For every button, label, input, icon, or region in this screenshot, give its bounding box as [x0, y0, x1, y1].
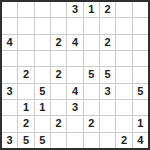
cell-r1c1[interactable]: [2, 2, 17, 17]
cell-r8c3[interactable]: [35, 116, 50, 131]
cell-r2c6[interactable]: [84, 18, 99, 33]
cell-r1c6: 1: [84, 2, 99, 17]
cell-r7c4[interactable]: [51, 100, 66, 115]
cell-r9c9: 4: [133, 133, 148, 148]
cell-r4c2[interactable]: [18, 51, 33, 66]
cell-r5c7: 5: [100, 67, 115, 82]
cell-r2c9[interactable]: [133, 18, 148, 33]
cell-r9c1: 3: [2, 133, 17, 148]
cell-r1c5: 3: [67, 2, 82, 17]
cell-r9c7[interactable]: [100, 133, 115, 148]
cell-r1c9[interactable]: [133, 2, 148, 17]
cell-r3c6[interactable]: [84, 35, 99, 50]
cell-r4c9[interactable]: [133, 51, 148, 66]
cell-r7c7[interactable]: [100, 100, 115, 115]
cell-r5c2: 2: [18, 67, 33, 82]
cell-r6c9: 5: [133, 84, 148, 99]
cell-r6c4[interactable]: [51, 84, 66, 99]
cell-r5c1[interactable]: [2, 67, 17, 82]
cell-r8c7[interactable]: [100, 116, 115, 131]
cell-r8c4: 2: [51, 116, 66, 131]
cell-r4c8[interactable]: [116, 51, 131, 66]
cell-r6c7: 3: [100, 84, 115, 99]
cell-r1c3[interactable]: [35, 2, 50, 17]
cell-r5c6: 5: [84, 67, 99, 82]
cell-r5c8[interactable]: [116, 67, 131, 82]
cell-r2c1[interactable]: [2, 18, 17, 33]
cell-r2c8[interactable]: [116, 18, 131, 33]
cell-r5c4: 2: [51, 67, 66, 82]
cell-r2c3[interactable]: [35, 18, 50, 33]
cell-r2c5[interactable]: [67, 18, 82, 33]
cell-r5c5[interactable]: [67, 67, 82, 82]
cell-r9c5[interactable]: [67, 133, 82, 148]
cell-r6c5: 4: [67, 84, 82, 99]
cell-r3c7: 2: [100, 35, 115, 50]
cell-r8c8[interactable]: [116, 116, 131, 131]
cell-r3c4: 2: [51, 35, 66, 50]
cell-r1c7: 2: [100, 2, 115, 17]
cell-r4c5[interactable]: [67, 51, 82, 66]
cell-r6c2[interactable]: [18, 84, 33, 99]
cell-r9c4[interactable]: [51, 133, 66, 148]
cell-r5c9[interactable]: [133, 67, 148, 82]
cell-r3c8[interactable]: [116, 35, 131, 50]
puzzle-grid: 3124242225535435113222135524: [0, 0, 150, 150]
cell-r2c7[interactable]: [100, 18, 115, 33]
cell-r7c5: 3: [67, 100, 82, 115]
cell-r4c4[interactable]: [51, 51, 66, 66]
cell-r8c2: 2: [18, 116, 33, 131]
cell-r7c2: 1: [18, 100, 33, 115]
cell-r3c2[interactable]: [18, 35, 33, 50]
cell-r9c8: 2: [116, 133, 131, 148]
cell-r9c3: 5: [35, 133, 50, 148]
cell-r6c8[interactable]: [116, 84, 131, 99]
cell-r7c8[interactable]: [116, 100, 131, 115]
cell-r3c5: 4: [67, 35, 82, 50]
cell-r4c6[interactable]: [84, 51, 99, 66]
cell-r6c6[interactable]: [84, 84, 99, 99]
cell-r2c2[interactable]: [18, 18, 33, 33]
cell-r4c1[interactable]: [2, 51, 17, 66]
cell-r6c3: 5: [35, 84, 50, 99]
cell-r4c7[interactable]: [100, 51, 115, 66]
cell-r3c1: 4: [2, 35, 17, 50]
cell-r3c9[interactable]: [133, 35, 148, 50]
cell-r1c2[interactable]: [18, 2, 33, 17]
cell-r8c5[interactable]: [67, 116, 82, 131]
cell-r1c4[interactable]: [51, 2, 66, 17]
cell-r3c3[interactable]: [35, 35, 50, 50]
cell-r4c3[interactable]: [35, 51, 50, 66]
cell-r2c4[interactable]: [51, 18, 66, 33]
cell-r8c6: 2: [84, 116, 99, 131]
cell-r1c8[interactable]: [116, 2, 131, 17]
cell-r9c6[interactable]: [84, 133, 99, 148]
cell-r8c1[interactable]: [2, 116, 17, 131]
cell-r7c1[interactable]: [2, 100, 17, 115]
cell-r5c3[interactable]: [35, 67, 50, 82]
cell-r8c9: 1: [133, 116, 148, 131]
cell-r7c6[interactable]: [84, 100, 99, 115]
cell-r9c2: 5: [18, 133, 33, 148]
cell-r6c1: 3: [2, 84, 17, 99]
cell-r7c3: 1: [35, 100, 50, 115]
cell-r7c9[interactable]: [133, 100, 148, 115]
